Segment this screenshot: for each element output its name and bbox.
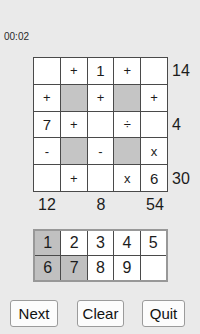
operator-cell: + [141,85,167,111]
blocked-cell [61,85,87,111]
number-tray: 123456789 [33,229,168,282]
number-cell[interactable]: 6 [141,165,167,191]
row-result: 30 [172,165,198,193]
operator-cell: + [61,165,87,191]
operator-cell: + [61,112,87,138]
operator-cell: x [141,138,167,164]
tray-empty-cell [141,256,166,280]
number-cell[interactable] [88,112,114,138]
operator-cell: + [61,58,87,84]
tray-number-cell[interactable]: 8 [88,256,113,280]
column-result: 54 [146,196,164,214]
number-cell[interactable] [88,165,114,191]
number-cell[interactable] [141,58,167,84]
tray-number-cell[interactable]: 6 [35,256,60,280]
quit-button[interactable]: Quit [142,300,185,327]
number-cell[interactable] [34,165,60,191]
tray-number-cell[interactable]: 4 [114,231,139,255]
blocked-cell [114,138,140,164]
number-cell[interactable] [34,58,60,84]
clear-button[interactable]: Clear [77,300,124,327]
column-result: 8 [97,196,106,214]
number-cell[interactable]: 7 [34,112,60,138]
puzzle-board: +1++++7+÷--x+x6 [33,57,168,192]
operator-cell: + [114,58,140,84]
blocked-cell [61,138,87,164]
operator-cell: + [88,85,114,111]
number-cell[interactable]: 1 [88,58,114,84]
column-result: 12 [38,196,56,214]
next-button[interactable]: Next [10,300,58,327]
timer: 00:02 [4,31,29,42]
operator-cell: - [34,138,60,164]
row-result: 4 [172,111,198,139]
operator-cell: - [88,138,114,164]
operator-cell: x [114,165,140,191]
operator-cell: + [34,85,60,111]
number-cell[interactable] [141,112,167,138]
tray-number-cell[interactable]: 2 [61,231,86,255]
puzzle-app-screen: 00:02 +1++++7+÷--x+x6 14430 12854 123456… [0,0,200,334]
tray-number-cell[interactable]: 3 [88,231,113,255]
tray-number-cell[interactable]: 5 [141,231,166,255]
row-result: 14 [172,57,198,85]
tray-number-cell[interactable]: 7 [61,256,86,280]
tray-number-cell[interactable]: 9 [114,256,139,280]
operator-cell: ÷ [114,112,140,138]
tray-number-cell[interactable]: 1 [35,231,60,255]
blocked-cell [114,85,140,111]
